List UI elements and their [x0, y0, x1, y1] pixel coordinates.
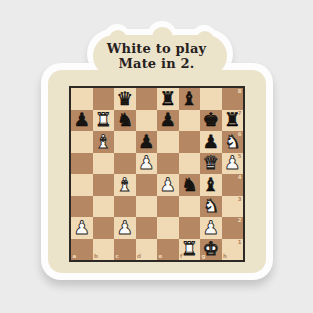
- square-d2: [136, 217, 158, 239]
- square-b8: [93, 88, 115, 110]
- square-f3: [179, 196, 201, 218]
- piece-black-pawn: ♟: [157, 110, 179, 132]
- rank-label-6: 6: [238, 132, 242, 138]
- square-c5: [114, 153, 136, 175]
- square-d1: d: [136, 239, 158, 261]
- chess-board: ♛♜♝8♟♜♞♟♚♜7♝♟♟♞6♟♛♟5♝♟♞♝4♞3♟♟♟2abcde♜f♚g…: [71, 88, 243, 260]
- piece-black-pawn: ♟: [200, 131, 222, 153]
- piece-black-pawn: ♟: [136, 131, 158, 153]
- square-b3: [93, 196, 115, 218]
- square-f6: [179, 131, 201, 153]
- square-g5: ♛: [200, 153, 222, 175]
- square-h1: 1h: [222, 239, 244, 261]
- piece-white-pawn: ♟: [114, 217, 136, 239]
- product-image-canvas: { "game": "chess", "position": "2q1rb2/p…: [0, 0, 313, 313]
- rank-label-5: 5: [238, 154, 242, 160]
- square-f5: [179, 153, 201, 175]
- square-c3: [114, 196, 136, 218]
- square-e7: ♟: [157, 110, 179, 132]
- square-c8: ♛: [114, 88, 136, 110]
- square-b5: [93, 153, 115, 175]
- square-g4: ♝: [200, 174, 222, 196]
- square-a2: ♟: [71, 217, 93, 239]
- file-label-b: b: [94, 254, 98, 260]
- square-e2: [157, 217, 179, 239]
- square-g7: ♚: [200, 110, 222, 132]
- square-d6: ♟: [136, 131, 158, 153]
- file-label-a: a: [73, 254, 77, 260]
- piece-white-pawn: ♟: [200, 217, 222, 239]
- square-h3: 3: [222, 196, 244, 218]
- piece-black-knight: ♞: [179, 174, 201, 196]
- square-c4: ♝: [114, 174, 136, 196]
- file-label-c: c: [116, 254, 119, 260]
- square-b2: [93, 217, 115, 239]
- piece-black-queen: ♛: [114, 88, 136, 110]
- square-e4: ♟: [157, 174, 179, 196]
- piece-white-bishop: ♝: [114, 174, 136, 196]
- square-b7: ♜: [93, 110, 115, 132]
- file-label-f: f: [180, 254, 182, 260]
- square-f7: [179, 110, 201, 132]
- rank-label-7: 7: [238, 111, 242, 117]
- piece-black-bishop: ♝: [179, 88, 201, 110]
- square-c2: ♟: [114, 217, 136, 239]
- rank-label-4: 4: [238, 175, 242, 181]
- square-e6: [157, 131, 179, 153]
- square-d3: [136, 196, 158, 218]
- piece-black-pawn: ♟: [71, 110, 93, 132]
- file-label-e: e: [159, 254, 163, 260]
- square-h5: ♟5: [222, 153, 244, 175]
- square-g1: ♚g: [200, 239, 222, 261]
- file-label-h: h: [223, 254, 227, 260]
- rank-label-8: 8: [238, 89, 242, 95]
- square-a6: [71, 131, 93, 153]
- caption-line1: White to play: [0, 41, 313, 56]
- square-h7: ♜7: [222, 110, 244, 132]
- square-d4: [136, 174, 158, 196]
- square-e1: e: [157, 239, 179, 261]
- piece-white-rook: ♜: [93, 110, 115, 132]
- square-d7: [136, 110, 158, 132]
- square-e8: ♜: [157, 88, 179, 110]
- piece-white-queen: ♛: [200, 153, 222, 175]
- square-a5: [71, 153, 93, 175]
- square-g3: ♞: [200, 196, 222, 218]
- rank-label-3: 3: [238, 197, 242, 203]
- square-b6: ♝: [93, 131, 115, 153]
- square-b1: b: [93, 239, 115, 261]
- caption-line2: Mate in 2.: [0, 56, 313, 71]
- square-g6: ♟: [200, 131, 222, 153]
- square-f2: [179, 217, 201, 239]
- square-g8: [200, 88, 222, 110]
- square-g2: ♟: [200, 217, 222, 239]
- rank-label-1: 1: [238, 240, 242, 246]
- piece-white-knight: ♞: [200, 196, 222, 218]
- file-label-g: g: [202, 254, 206, 260]
- square-c6: [114, 131, 136, 153]
- piece-black-king: ♚: [200, 110, 222, 132]
- square-f1: ♜f: [179, 239, 201, 261]
- square-f8: ♝: [179, 88, 201, 110]
- piece-white-pawn: ♟: [136, 153, 158, 175]
- caption: White to play Mate in 2.: [0, 41, 313, 71]
- file-label-d: d: [137, 254, 141, 260]
- square-a7: ♟: [71, 110, 93, 132]
- square-d5: ♟: [136, 153, 158, 175]
- piece-white-bishop: ♝: [93, 131, 115, 153]
- square-h2: 2: [222, 217, 244, 239]
- piece-black-knight: ♞: [114, 110, 136, 132]
- square-d8: [136, 88, 158, 110]
- square-a4: [71, 174, 93, 196]
- rank-label-2: 2: [238, 218, 242, 224]
- board-frame: ♛♜♝8♟♜♞♟♚♜7♝♟♟♞6♟♛♟5♝♟♞♝4♞3♟♟♟2abcde♜f♚g…: [69, 86, 245, 262]
- square-c7: ♞: [114, 110, 136, 132]
- piece-black-bishop: ♝: [200, 174, 222, 196]
- square-h6: ♞6: [222, 131, 244, 153]
- square-a8: [71, 88, 93, 110]
- piece-white-pawn: ♟: [71, 217, 93, 239]
- square-f4: ♞: [179, 174, 201, 196]
- square-a1: a: [71, 239, 93, 261]
- square-e5: [157, 153, 179, 175]
- square-b4: [93, 174, 115, 196]
- square-h4: 4: [222, 174, 244, 196]
- square-e3: [157, 196, 179, 218]
- square-c1: c: [114, 239, 136, 261]
- piece-white-pawn: ♟: [157, 174, 179, 196]
- piece-black-rook: ♜: [157, 88, 179, 110]
- square-h8: 8: [222, 88, 244, 110]
- square-a3: [71, 196, 93, 218]
